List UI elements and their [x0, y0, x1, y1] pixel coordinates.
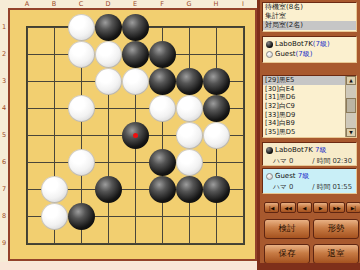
row-label-8: 8 — [0, 212, 8, 220]
col-label-E: E — [129, 0, 141, 8]
black-stone-E5 — [122, 122, 149, 149]
evaluation-button[interactable]: 形勢 — [313, 219, 359, 239]
forward-button[interactable]: ▶ — [313, 202, 328, 213]
white-stone-H5 — [203, 122, 230, 149]
room-item-0[interactable]: 待機室(8名) — [263, 3, 356, 12]
scrollbar-thumb[interactable] — [346, 98, 356, 113]
player-item-white[interactable]: Guest(7級) — [263, 49, 356, 59]
player-list: LaboBot7K(7級) Guest(7級) — [262, 36, 357, 63]
scroll-up-icon[interactable]: ▲ — [346, 76, 356, 85]
time-remaining: / 時間 01:55 — [312, 182, 352, 192]
black-stone-H7 — [203, 176, 230, 203]
move-nav-toolbar: |◀ ◀◀ ◀ ▶ ▶▶ ▶| — [264, 202, 360, 213]
col-label-H: H — [210, 0, 222, 8]
col-label-B: B — [48, 0, 60, 8]
back-button[interactable]: ◀ — [297, 202, 312, 213]
move-item-2[interactable]: [31]黒D6 — [263, 93, 346, 102]
player-name: LaboBot7K — [275, 40, 313, 48]
move-item-1[interactable]: [30]白E4 — [263, 85, 346, 94]
clock-player-name: Guest — [275, 172, 296, 180]
black-stone-icon — [266, 147, 273, 154]
window-bottom-bar — [260, 263, 360, 270]
row-label-7: 7 — [0, 185, 8, 193]
move-item-3[interactable]: [32]白C9 — [263, 102, 346, 111]
black-stone-H4 — [203, 95, 230, 122]
white-stone-B8 — [41, 203, 68, 230]
save-button[interactable]: 保存 — [264, 244, 310, 264]
go-client-window: ABCDEFGHI123456789 待機室(8名) 集計室 対局室(2名) L… — [0, 0, 360, 270]
clock-detail-row: ハマ 0 / 時間 02:30 — [263, 155, 356, 166]
col-label-I: I — [237, 0, 249, 8]
move-item-4[interactable]: [33]黒D9 — [263, 111, 346, 120]
move-item-6[interactable]: [35]黒D5 — [263, 128, 346, 137]
black-stone-D1 — [95, 14, 122, 41]
captures-count: ハマ 0 — [273, 156, 293, 166]
white-stone-G4 — [176, 95, 203, 122]
room-list: 待機室(8名) 集計室 対局室(2名) — [262, 2, 357, 32]
player-rank: (7級) — [313, 39, 330, 49]
last-move-button[interactable]: ▶| — [346, 202, 360, 213]
black-stone-icon — [266, 41, 273, 48]
move-item-5[interactable]: [34]白B9 — [263, 119, 346, 128]
row-label-1: 1 — [0, 23, 8, 31]
move-list: [29]黒E5 [30]白E4 [31]黒D6 [32]白C9 [33]黒D9 … — [262, 75, 357, 138]
clock-player-rank: 7級 — [315, 145, 326, 155]
black-stone-F7 — [149, 176, 176, 203]
row-label-3: 3 — [0, 77, 8, 85]
white-stone-C2 — [68, 41, 95, 68]
first-move-button[interactable]: |◀ — [264, 202, 279, 213]
row-label-2: 2 — [0, 50, 8, 58]
window-bottom-strip — [0, 262, 257, 270]
room-item-1[interactable]: 集計室 — [263, 12, 356, 21]
player-item-black[interactable]: LaboBot7K(7級) — [263, 39, 356, 49]
side-panel: 待機室(8名) 集計室 対局室(2名) LaboBot7K(7級) Guest(… — [257, 0, 360, 270]
fast-forward-button[interactable]: ▶▶ — [329, 202, 344, 213]
black-stone-C8 — [68, 203, 95, 230]
move-list-scrollbar[interactable]: ▲ ▼ — [345, 76, 356, 137]
col-label-D: D — [102, 0, 114, 8]
row-label-9: 9 — [0, 239, 8, 247]
exit-button[interactable]: 退室 — [313, 244, 359, 264]
white-stone-icon — [266, 51, 273, 58]
grid-line — [27, 243, 244, 244]
grid-line — [27, 162, 244, 163]
review-button[interactable]: 検討 — [264, 219, 310, 239]
black-stone-E1 — [122, 14, 149, 41]
black-stone-D7 — [95, 176, 122, 203]
white-stone-C6 — [68, 149, 95, 176]
black-stone-F6 — [149, 149, 176, 176]
white-stone-icon — [266, 173, 273, 180]
player-rank: (7級) — [296, 49, 313, 59]
player-name: Guest — [275, 50, 296, 58]
black-stone-E2 — [122, 41, 149, 68]
white-stone-C1 — [68, 14, 95, 41]
black-stone-F3 — [149, 68, 176, 95]
black-player-clock: LaboBot7K 7級 ハマ 0 / 時間 02:30 — [262, 142, 357, 166]
black-stone-F2 — [149, 41, 176, 68]
fast-back-button[interactable]: ◀◀ — [280, 202, 295, 213]
white-stone-E3 — [122, 68, 149, 95]
board-panel: ABCDEFGHI123456789 — [0, 0, 257, 270]
col-label-F: F — [156, 0, 168, 8]
white-stone-D3 — [95, 68, 122, 95]
last-move-marker — [133, 133, 138, 138]
room-item-2[interactable]: 対局室(2名) — [263, 21, 356, 30]
black-stone-G7 — [176, 176, 203, 203]
clock-player-rank: 7級 — [298, 171, 309, 181]
col-label-G: G — [183, 0, 195, 8]
clock-player-row: Guest 7級 — [263, 171, 356, 181]
white-stone-F4 — [149, 95, 176, 122]
col-label-A: A — [21, 0, 33, 8]
white-player-clock: Guest 7級 ハマ 0 / 時間 01:55 — [262, 168, 357, 194]
grid-line — [243, 27, 244, 244]
move-item-0[interactable]: [29]黒E5 — [263, 76, 346, 85]
captures-count: ハマ 0 — [273, 182, 293, 192]
white-stone-G5 — [176, 122, 203, 149]
goban[interactable] — [10, 10, 255, 259]
scroll-down-icon[interactable]: ▼ — [346, 128, 356, 137]
time-remaining: / 時間 02:30 — [312, 156, 352, 166]
white-stone-D2 — [95, 41, 122, 68]
row-label-5: 5 — [0, 131, 8, 139]
black-stone-H3 — [203, 68, 230, 95]
row-label-6: 6 — [0, 158, 8, 166]
black-stone-G3 — [176, 68, 203, 95]
col-label-C: C — [75, 0, 87, 8]
clock-detail-row: ハマ 0 / 時間 01:55 — [263, 181, 356, 192]
clock-player-row: LaboBot7K 7級 — [263, 145, 356, 155]
white-stone-G6 — [176, 149, 203, 176]
row-label-4: 4 — [0, 104, 8, 112]
clock-player-name: LaboBot7K — [275, 146, 313, 154]
white-stone-C4 — [68, 95, 95, 122]
white-stone-B7 — [41, 176, 68, 203]
